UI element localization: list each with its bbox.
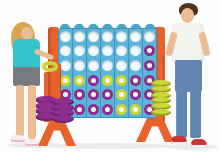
girl-shorts [13,67,40,86]
yellow-ring [116,104,127,115]
purple-ring [88,75,99,86]
purple-ring [102,89,113,100]
yellow-ring-stack [151,80,171,118]
cell-r5c4[interactable] [101,88,114,103]
cell-r6c2[interactable] [73,102,86,117]
boy-shirt [172,23,204,62]
cell-r2c4[interactable] [101,44,114,59]
empty-hole [74,60,85,71]
cell-r1c7[interactable] [143,29,156,44]
cell-r2c6[interactable] [129,44,142,59]
cell-r4c2[interactable] [73,73,86,88]
empty-hole [60,60,71,71]
cell-r3c4[interactable] [101,58,114,73]
cell-r5c5[interactable] [115,88,128,103]
cell-r2c5[interactable] [115,44,128,59]
empty-hole [88,45,99,56]
cell-r1c6[interactable] [129,29,142,44]
empty-hole [116,60,127,71]
empty-hole [88,60,99,71]
cell-r1c2[interactable] [73,29,86,44]
cell-r1c4[interactable] [101,29,114,44]
yellow-ring [116,75,127,86]
cell-r2c7[interactable] [143,44,156,59]
board-shadow [44,143,174,149]
empty-hole [130,31,141,42]
empty-hole [116,45,127,56]
empty-hole [116,31,127,42]
girl-leg-left [16,85,24,137]
cell-r3c7[interactable] [143,58,156,73]
cell-r3c6[interactable] [129,58,142,73]
girl-shirt [13,39,40,70]
cell-r1c3[interactable] [87,29,100,44]
purple-ring-stack-back [52,98,74,124]
purple-ring [144,45,155,56]
cell-r5c3[interactable] [87,88,100,103]
cell-r3c2[interactable] [73,58,86,73]
cell-r6c4[interactable] [101,102,114,117]
empty-hole [74,45,85,56]
cell-r1c1[interactable] [59,29,72,44]
girl-shoe-right [25,139,39,146]
cell-r3c5[interactable] [115,58,128,73]
cell-r6c3[interactable] [87,102,100,117]
empty-hole [102,31,113,42]
cell-r1c5[interactable] [115,29,128,44]
yellow-ring [116,89,127,100]
held-yellow-ring [42,61,58,72]
boy-face [181,8,194,23]
boy-jeans [175,60,202,92]
cell-r5c2[interactable] [73,88,86,103]
purple-ring [102,104,113,115]
purple-ring [74,89,85,100]
purple-ring [88,89,99,100]
product-photo-scene [0,0,220,152]
cell-r3c3[interactable] [87,58,100,73]
empty-hole [60,45,71,56]
yellow-ring [60,75,71,86]
yellow-stacked-ring [151,109,171,116]
empty-hole [144,31,155,42]
purple-ring [144,60,155,71]
purple-stacked-ring [52,115,74,123]
yellow-ring [102,75,113,86]
yellow-ring [74,75,85,86]
girl-shoe-left [11,135,25,142]
purple-ring [130,89,141,100]
boy-jean-leg-right [190,90,201,138]
boy-jean-leg-left [176,90,187,138]
purple-ring [88,104,99,115]
empty-hole [74,31,85,42]
empty-hole [130,45,141,56]
empty-hole [60,31,71,42]
yellow-ring [130,104,141,115]
girl-leg-right [28,85,36,139]
boy-shoe-left [171,136,187,144]
purple-ring [74,104,85,115]
cell-r4c4[interactable] [101,73,114,88]
empty-hole [102,45,113,56]
cell-r6c6[interactable] [129,102,142,117]
cell-r4c5[interactable] [115,73,128,88]
purple-ring [130,75,141,86]
empty-hole [88,31,99,42]
cell-r6c5[interactable] [115,102,128,117]
boy-shoe-right [191,139,207,147]
cell-r4c3[interactable] [87,73,100,88]
cell-r2c3[interactable] [87,44,100,59]
cell-r5c6[interactable] [129,88,142,103]
empty-hole [130,60,141,71]
cell-r4c6[interactable] [129,73,142,88]
empty-hole [102,60,113,71]
cell-r2c1[interactable] [59,44,72,59]
cell-r2c2[interactable] [73,44,86,59]
